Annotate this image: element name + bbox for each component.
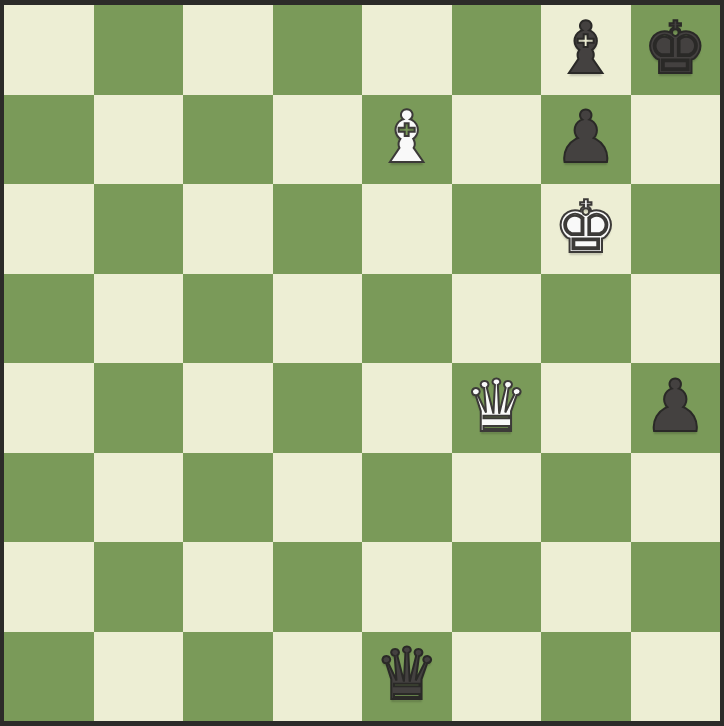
white-king[interactable]: ♚ bbox=[553, 191, 618, 263]
square-b3[interactable] bbox=[94, 453, 184, 543]
white-queen[interactable]: ♛ bbox=[464, 370, 529, 442]
black-pawn[interactable]: ♟ bbox=[553, 101, 618, 173]
black-queen[interactable]: ♛ bbox=[374, 638, 439, 710]
square-e2[interactable] bbox=[362, 542, 452, 632]
square-c7[interactable] bbox=[183, 95, 273, 185]
square-e8[interactable] bbox=[362, 5, 452, 95]
square-c5[interactable] bbox=[183, 274, 273, 364]
square-d3[interactable] bbox=[273, 453, 363, 543]
square-b6[interactable] bbox=[94, 184, 184, 274]
square-e1[interactable]: ♛ bbox=[362, 632, 452, 722]
square-d4[interactable] bbox=[273, 363, 363, 453]
square-c4[interactable] bbox=[183, 363, 273, 453]
square-f6[interactable] bbox=[452, 184, 542, 274]
square-b2[interactable] bbox=[94, 542, 184, 632]
black-pawn[interactable]: ♟ bbox=[643, 370, 708, 442]
square-e7[interactable]: ♝ bbox=[362, 95, 452, 185]
square-h6[interactable] bbox=[631, 184, 721, 274]
square-e6[interactable] bbox=[362, 184, 452, 274]
square-c2[interactable] bbox=[183, 542, 273, 632]
square-f1[interactable] bbox=[452, 632, 542, 722]
square-d8[interactable] bbox=[273, 5, 363, 95]
board-frame: ♝♚♝♟♚♛♟♛ bbox=[0, 0, 724, 726]
square-a4[interactable] bbox=[4, 363, 94, 453]
black-king[interactable]: ♚ bbox=[643, 12, 708, 84]
square-h2[interactable] bbox=[631, 542, 721, 632]
square-f7[interactable] bbox=[452, 95, 542, 185]
square-g3[interactable] bbox=[541, 453, 631, 543]
square-h4[interactable]: ♟ bbox=[631, 363, 721, 453]
square-b5[interactable] bbox=[94, 274, 184, 364]
square-a7[interactable] bbox=[4, 95, 94, 185]
square-c8[interactable] bbox=[183, 5, 273, 95]
square-f3[interactable] bbox=[452, 453, 542, 543]
square-h7[interactable] bbox=[631, 95, 721, 185]
square-h1[interactable] bbox=[631, 632, 721, 722]
square-f4[interactable]: ♛ bbox=[452, 363, 542, 453]
square-g7[interactable]: ♟ bbox=[541, 95, 631, 185]
square-f2[interactable] bbox=[452, 542, 542, 632]
square-g5[interactable] bbox=[541, 274, 631, 364]
black-bishop[interactable]: ♝ bbox=[553, 12, 618, 84]
square-h5[interactable] bbox=[631, 274, 721, 364]
square-f8[interactable] bbox=[452, 5, 542, 95]
square-d1[interactable] bbox=[273, 632, 363, 722]
square-g6[interactable]: ♚ bbox=[541, 184, 631, 274]
square-g4[interactable] bbox=[541, 363, 631, 453]
square-h8[interactable]: ♚ bbox=[631, 5, 721, 95]
square-e3[interactable] bbox=[362, 453, 452, 543]
square-g1[interactable] bbox=[541, 632, 631, 722]
square-h3[interactable] bbox=[631, 453, 721, 543]
square-a2[interactable] bbox=[4, 542, 94, 632]
square-b4[interactable] bbox=[94, 363, 184, 453]
square-e5[interactable] bbox=[362, 274, 452, 364]
square-g2[interactable] bbox=[541, 542, 631, 632]
square-g8[interactable]: ♝ bbox=[541, 5, 631, 95]
square-e4[interactable] bbox=[362, 363, 452, 453]
square-c1[interactable] bbox=[183, 632, 273, 722]
square-d6[interactable] bbox=[273, 184, 363, 274]
white-bishop[interactable]: ♝ bbox=[374, 101, 439, 173]
square-f5[interactable] bbox=[452, 274, 542, 364]
square-c3[interactable] bbox=[183, 453, 273, 543]
square-a5[interactable] bbox=[4, 274, 94, 364]
square-d5[interactable] bbox=[273, 274, 363, 364]
square-b1[interactable] bbox=[94, 632, 184, 722]
square-c6[interactable] bbox=[183, 184, 273, 274]
square-a3[interactable] bbox=[4, 453, 94, 543]
square-d2[interactable] bbox=[273, 542, 363, 632]
square-a1[interactable] bbox=[4, 632, 94, 722]
square-d7[interactable] bbox=[273, 95, 363, 185]
square-a8[interactable] bbox=[4, 5, 94, 95]
square-a6[interactable] bbox=[4, 184, 94, 274]
square-b8[interactable] bbox=[94, 5, 184, 95]
square-b7[interactable] bbox=[94, 95, 184, 185]
chess-board: ♝♚♝♟♚♛♟♛ bbox=[4, 5, 720, 721]
